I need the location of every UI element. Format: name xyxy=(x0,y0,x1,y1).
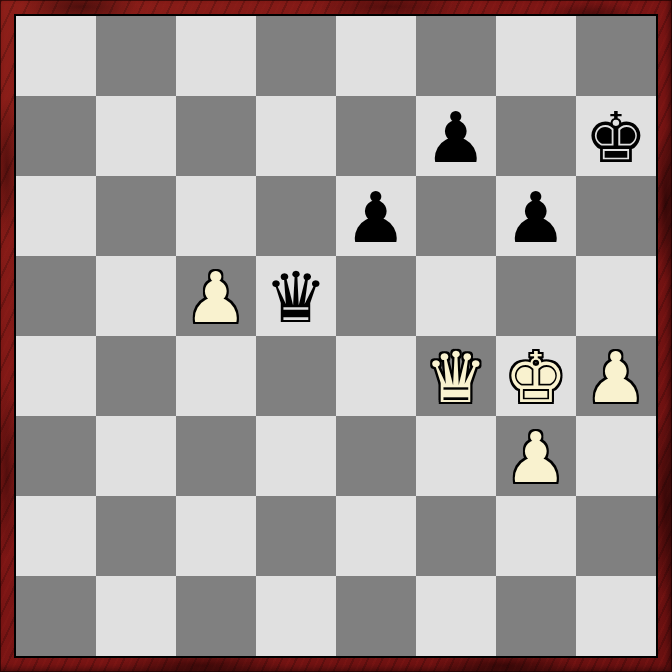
square-f2[interactable] xyxy=(416,496,496,576)
square-b2[interactable] xyxy=(96,496,176,576)
white-queen[interactable]: ♛ xyxy=(425,338,488,416)
square-a3[interactable] xyxy=(16,416,96,496)
square-g6[interactable]: ♟ xyxy=(496,176,576,256)
square-f4[interactable]: ♛ xyxy=(416,336,496,416)
square-h8[interactable] xyxy=(576,16,656,96)
square-h4[interactable]: ♟ xyxy=(576,336,656,416)
square-h1[interactable] xyxy=(576,576,656,656)
square-b3[interactable] xyxy=(96,416,176,496)
square-c4[interactable] xyxy=(176,336,256,416)
white-pawn[interactable]: ♟ xyxy=(585,338,648,416)
square-e1[interactable] xyxy=(336,576,416,656)
white-pawn[interactable]: ♟ xyxy=(185,258,248,336)
square-g2[interactable] xyxy=(496,496,576,576)
square-g7[interactable] xyxy=(496,96,576,176)
board-frame: ♟♚♟♟♟♛♛♚♟♟ xyxy=(0,0,672,672)
square-g1[interactable] xyxy=(496,576,576,656)
square-f3[interactable] xyxy=(416,416,496,496)
square-d8[interactable] xyxy=(256,16,336,96)
square-c8[interactable] xyxy=(176,16,256,96)
black-pawn[interactable]: ♟ xyxy=(505,178,568,256)
square-a8[interactable] xyxy=(16,16,96,96)
black-pawn[interactable]: ♟ xyxy=(345,178,408,256)
square-a4[interactable] xyxy=(16,336,96,416)
square-f5[interactable] xyxy=(416,256,496,336)
square-e6[interactable]: ♟ xyxy=(336,176,416,256)
square-h5[interactable] xyxy=(576,256,656,336)
square-e4[interactable] xyxy=(336,336,416,416)
square-g8[interactable] xyxy=(496,16,576,96)
black-pawn[interactable]: ♟ xyxy=(425,98,488,176)
square-c5[interactable]: ♟ xyxy=(176,256,256,336)
square-d4[interactable] xyxy=(256,336,336,416)
square-h3[interactable] xyxy=(576,416,656,496)
square-g5[interactable] xyxy=(496,256,576,336)
square-b4[interactable] xyxy=(96,336,176,416)
square-d2[interactable] xyxy=(256,496,336,576)
square-h7[interactable]: ♚ xyxy=(576,96,656,176)
square-f6[interactable] xyxy=(416,176,496,256)
chess-board: ♟♚♟♟♟♛♛♚♟♟ xyxy=(14,14,658,658)
square-g3[interactable]: ♟ xyxy=(496,416,576,496)
square-d6[interactable] xyxy=(256,176,336,256)
square-a6[interactable] xyxy=(16,176,96,256)
square-h2[interactable] xyxy=(576,496,656,576)
black-king[interactable]: ♚ xyxy=(585,98,648,176)
square-e3[interactable] xyxy=(336,416,416,496)
square-c7[interactable] xyxy=(176,96,256,176)
square-b5[interactable] xyxy=(96,256,176,336)
square-b6[interactable] xyxy=(96,176,176,256)
square-d5[interactable]: ♛ xyxy=(256,256,336,336)
square-a2[interactable] xyxy=(16,496,96,576)
square-c6[interactable] xyxy=(176,176,256,256)
square-a5[interactable] xyxy=(16,256,96,336)
square-e7[interactable] xyxy=(336,96,416,176)
square-f8[interactable] xyxy=(416,16,496,96)
square-b8[interactable] xyxy=(96,16,176,96)
square-a1[interactable] xyxy=(16,576,96,656)
square-f7[interactable]: ♟ xyxy=(416,96,496,176)
square-e8[interactable] xyxy=(336,16,416,96)
square-h6[interactable] xyxy=(576,176,656,256)
square-a7[interactable] xyxy=(16,96,96,176)
square-d1[interactable] xyxy=(256,576,336,656)
square-b7[interactable] xyxy=(96,96,176,176)
square-e5[interactable] xyxy=(336,256,416,336)
square-e2[interactable] xyxy=(336,496,416,576)
square-f1[interactable] xyxy=(416,576,496,656)
white-king[interactable]: ♚ xyxy=(505,338,568,416)
black-queen[interactable]: ♛ xyxy=(265,258,328,336)
square-d7[interactable] xyxy=(256,96,336,176)
white-pawn[interactable]: ♟ xyxy=(505,418,568,496)
square-b1[interactable] xyxy=(96,576,176,656)
square-c1[interactable] xyxy=(176,576,256,656)
square-c3[interactable] xyxy=(176,416,256,496)
square-d3[interactable] xyxy=(256,416,336,496)
square-g4[interactable]: ♚ xyxy=(496,336,576,416)
square-c2[interactable] xyxy=(176,496,256,576)
